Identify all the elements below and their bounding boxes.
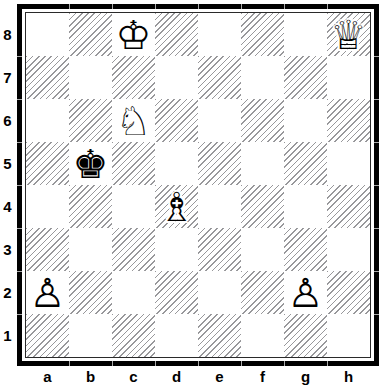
square-a1[interactable]: [26, 314, 69, 357]
square-f1[interactable]: [241, 314, 284, 357]
square-g6[interactable]: [284, 99, 327, 142]
square-d8[interactable]: [155, 13, 198, 56]
square-f3[interactable]: [241, 228, 284, 271]
square-g2[interactable]: ♙: [284, 271, 327, 314]
square-e7[interactable]: [198, 56, 241, 99]
square-b4[interactable]: [69, 185, 112, 228]
square-h8[interactable]: ♕: [327, 13, 370, 56]
square-b3[interactable]: [69, 228, 112, 271]
square-h2[interactable]: [327, 271, 370, 314]
rank-label-7: 7: [0, 56, 15, 99]
rank-label-2: 2: [0, 271, 15, 314]
chess-diagram: ♔♕♘♚♗♙♙ 87654321abcdefgh: [0, 0, 385, 388]
border-tick: [374, 314, 379, 315]
square-d1[interactable]: [155, 314, 198, 357]
square-d6[interactable]: [155, 99, 198, 142]
square-c6[interactable]: ♘: [112, 99, 155, 142]
file-label-c: c: [112, 366, 155, 387]
square-c4[interactable]: [112, 185, 155, 228]
border-tick: [374, 56, 379, 57]
square-e4[interactable]: [198, 185, 241, 228]
square-a7[interactable]: [26, 56, 69, 99]
square-c3[interactable]: [112, 228, 155, 271]
file-label-d: d: [155, 366, 198, 387]
square-h5[interactable]: [327, 142, 370, 185]
square-c5[interactable]: [112, 142, 155, 185]
square-e8[interactable]: [198, 13, 241, 56]
square-a3[interactable]: [26, 228, 69, 271]
square-c8[interactable]: ♔: [112, 13, 155, 56]
square-g4[interactable]: [284, 185, 327, 228]
rank-label-3: 3: [0, 228, 15, 271]
square-d3[interactable]: [155, 228, 198, 271]
square-e2[interactable]: [198, 271, 241, 314]
square-g1[interactable]: [284, 314, 327, 357]
square-h3[interactable]: [327, 228, 370, 271]
square-b8[interactable]: [69, 13, 112, 56]
square-h7[interactable]: [327, 56, 370, 99]
border-tick: [241, 4, 242, 9]
border-tick: [17, 142, 22, 143]
border-tick: [112, 361, 113, 366]
square-e6[interactable]: [198, 99, 241, 142]
piece-white-queen[interactable]: ♕: [327, 13, 370, 56]
border-tick: [284, 361, 285, 366]
rank-label-5: 5: [0, 142, 15, 185]
square-d5[interactable]: [155, 142, 198, 185]
chess-board-frame: ♔♕♘♚♗♙♙: [17, 4, 379, 366]
square-e5[interactable]: [198, 142, 241, 185]
border-tick: [69, 361, 70, 366]
border-tick: [374, 99, 379, 100]
border-tick: [112, 4, 113, 9]
border-tick: [17, 314, 22, 315]
piece-white-king[interactable]: ♔: [112, 13, 155, 56]
square-d7[interactable]: [155, 56, 198, 99]
square-h6[interactable]: [327, 99, 370, 142]
square-b6[interactable]: [69, 99, 112, 142]
file-label-g: g: [284, 366, 327, 387]
square-g8[interactable]: [284, 13, 327, 56]
square-h1[interactable]: [327, 314, 370, 357]
border-tick: [284, 4, 285, 9]
border-tick: [241, 361, 242, 366]
piece-black-king[interactable]: ♚: [69, 142, 112, 185]
square-g3[interactable]: [284, 228, 327, 271]
square-b7[interactable]: [69, 56, 112, 99]
border-tick: [17, 271, 22, 272]
square-f7[interactable]: [241, 56, 284, 99]
border-tick: [198, 4, 199, 9]
square-a4[interactable]: [26, 185, 69, 228]
square-f6[interactable]: [241, 99, 284, 142]
border-tick: [374, 185, 379, 186]
file-label-a: a: [26, 366, 69, 387]
square-b5[interactable]: ♚: [69, 142, 112, 185]
border-tick: [69, 4, 70, 9]
rank-label-8: 8: [0, 13, 15, 56]
square-a6[interactable]: [26, 99, 69, 142]
square-g7[interactable]: [284, 56, 327, 99]
square-d2[interactable]: [155, 271, 198, 314]
border-tick: [374, 271, 379, 272]
square-f5[interactable]: [241, 142, 284, 185]
border-tick: [17, 56, 22, 57]
square-b2[interactable]: [69, 271, 112, 314]
piece-white-bishop[interactable]: ♗: [155, 185, 198, 228]
rank-label-6: 6: [0, 99, 15, 142]
border-tick: [374, 142, 379, 143]
piece-white-pawn[interactable]: ♙: [26, 271, 69, 314]
square-a2[interactable]: ♙: [26, 271, 69, 314]
piece-white-pawn[interactable]: ♙: [284, 271, 327, 314]
square-g5[interactable]: [284, 142, 327, 185]
border-tick: [155, 361, 156, 366]
piece-white-knight[interactable]: ♘: [112, 99, 155, 142]
square-f2[interactable]: [241, 271, 284, 314]
border-tick: [198, 361, 199, 366]
square-a5[interactable]: [26, 142, 69, 185]
border-tick: [17, 99, 22, 100]
square-f8[interactable]: [241, 13, 284, 56]
square-c1[interactable]: [112, 314, 155, 357]
rank-label-4: 4: [0, 185, 15, 228]
chess-board-inner-border: ♔♕♘♚♗♙♙: [25, 12, 371, 358]
square-d4[interactable]: ♗: [155, 185, 198, 228]
square-e3[interactable]: [198, 228, 241, 271]
square-f4[interactable]: [241, 185, 284, 228]
file-label-b: b: [69, 366, 112, 387]
border-tick: [327, 4, 328, 9]
rank-label-1: 1: [0, 314, 15, 357]
border-tick: [17, 228, 22, 229]
file-label-e: e: [198, 366, 241, 387]
border-tick: [155, 4, 156, 9]
square-c7[interactable]: [112, 56, 155, 99]
border-tick: [17, 185, 22, 186]
square-e1[interactable]: [198, 314, 241, 357]
file-label-h: h: [327, 366, 370, 387]
square-a8[interactable]: [26, 13, 69, 56]
border-tick: [327, 361, 328, 366]
square-c2[interactable]: [112, 271, 155, 314]
border-tick: [374, 228, 379, 229]
square-h4[interactable]: [327, 185, 370, 228]
chess-board: ♔♕♘♚♗♙♙: [26, 13, 370, 357]
square-b1[interactable]: [69, 314, 112, 357]
file-label-f: f: [241, 366, 284, 387]
